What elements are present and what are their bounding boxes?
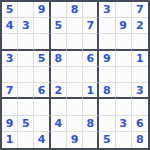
cell-r1c7[interactable]: 3 [99, 2, 115, 18]
cell-r2c4[interactable]: 5 [51, 18, 67, 34]
cell-r1c5[interactable]: 8 [67, 2, 83, 18]
cell-r6c2[interactable] [18, 83, 34, 99]
cell-r6c7[interactable]: 8 [99, 83, 115, 99]
cell-r3c4[interactable] [51, 34, 67, 50]
cell-r5c5[interactable] [67, 67, 83, 83]
cell-r8c6[interactable]: 8 [83, 116, 99, 132]
cell-r9c5[interactable]: 9 [67, 132, 83, 148]
cell-r1c3[interactable]: 9 [34, 2, 50, 18]
cell-r9c4[interactable] [51, 132, 67, 148]
cell-r3c2[interactable] [18, 34, 34, 50]
cell-r7c5[interactable] [67, 99, 83, 115]
cell-r2c3[interactable] [34, 18, 50, 34]
cell-r1c2[interactable] [18, 2, 34, 18]
cell-r4c9[interactable]: 1 [132, 51, 148, 67]
cell-r3c3[interactable] [34, 34, 50, 50]
cell-r3c1[interactable] [2, 34, 18, 50]
cell-r1c8[interactable] [116, 2, 132, 18]
cell-r5c1[interactable] [2, 67, 18, 83]
cell-r5c2[interactable] [18, 67, 34, 83]
cell-r7c2[interactable] [18, 99, 34, 115]
cell-r2c2[interactable]: 3 [18, 18, 34, 34]
cell-r5c9[interactable] [132, 67, 148, 83]
cell-r6c6[interactable]: 1 [83, 83, 99, 99]
cell-r9c6[interactable] [83, 132, 99, 148]
cell-r2c8[interactable]: 9 [116, 18, 132, 34]
cell-r7c7[interactable] [99, 99, 115, 115]
cell-r7c4[interactable] [51, 99, 67, 115]
cell-r1c6[interactable] [83, 2, 99, 18]
cell-r2c9[interactable]: 2 [132, 18, 148, 34]
cell-r9c9[interactable]: 8 [132, 132, 148, 148]
cell-r4c6[interactable]: 6 [83, 51, 99, 67]
cell-r6c1[interactable]: 7 [2, 83, 18, 99]
cell-r9c1[interactable]: 1 [2, 132, 18, 148]
cell-r4c2[interactable] [18, 51, 34, 67]
cell-r4c4[interactable]: 8 [51, 51, 67, 67]
cell-r9c8[interactable] [116, 132, 132, 148]
cell-r6c4[interactable]: 2 [51, 83, 67, 99]
cell-r4c5[interactable] [67, 51, 83, 67]
sudoku-board: 5983743579235869176218395483614958 [0, 0, 150, 150]
cell-r3c7[interactable] [99, 34, 115, 50]
cell-r4c7[interactable]: 9 [99, 51, 115, 67]
cell-r6c3[interactable]: 6 [34, 83, 50, 99]
cell-r1c9[interactable]: 7 [132, 2, 148, 18]
cell-r6c8[interactable] [116, 83, 132, 99]
cell-r8c2[interactable]: 5 [18, 116, 34, 132]
cell-r8c5[interactable] [67, 116, 83, 132]
cell-r3c5[interactable] [67, 34, 83, 50]
cell-r9c2[interactable] [18, 132, 34, 148]
cell-r6c5[interactable] [67, 83, 83, 99]
cell-r5c6[interactable] [83, 67, 99, 83]
cell-r8c3[interactable] [34, 116, 50, 132]
cell-r9c7[interactable]: 5 [99, 132, 115, 148]
cell-r5c3[interactable] [34, 67, 50, 83]
cell-r3c8[interactable] [116, 34, 132, 50]
cell-r1c4[interactable] [51, 2, 67, 18]
cell-r7c6[interactable] [83, 99, 99, 115]
cell-r5c8[interactable] [116, 67, 132, 83]
cell-r1c1[interactable]: 5 [2, 2, 18, 18]
cell-r8c1[interactable]: 9 [2, 116, 18, 132]
cell-r2c6[interactable]: 7 [83, 18, 99, 34]
cell-r3c9[interactable] [132, 34, 148, 50]
cell-r7c3[interactable] [34, 99, 50, 115]
cell-r7c1[interactable] [2, 99, 18, 115]
cell-r2c1[interactable]: 4 [2, 18, 18, 34]
cell-r4c1[interactable]: 3 [2, 51, 18, 67]
cell-r3c6[interactable] [83, 34, 99, 50]
cell-r7c9[interactable] [132, 99, 148, 115]
cell-r6c9[interactable]: 3 [132, 83, 148, 99]
cell-r9c3[interactable]: 4 [34, 132, 50, 148]
cell-r2c7[interactable] [99, 18, 115, 34]
cell-r8c4[interactable]: 4 [51, 116, 67, 132]
cell-r8c9[interactable]: 6 [132, 116, 148, 132]
cell-r7c8[interactable] [116, 99, 132, 115]
cell-r8c8[interactable]: 3 [116, 116, 132, 132]
cell-r2c5[interactable] [67, 18, 83, 34]
cell-r5c7[interactable] [99, 67, 115, 83]
cell-r4c3[interactable]: 5 [34, 51, 50, 67]
cell-r4c8[interactable] [116, 51, 132, 67]
cell-r5c4[interactable] [51, 67, 67, 83]
cell-r8c7[interactable] [99, 116, 115, 132]
